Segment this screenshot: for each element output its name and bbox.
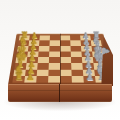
fallen-piece-glyph: ♟	[100, 46, 110, 56]
square	[60, 76, 72, 83]
square	[83, 76, 95, 83]
square	[72, 76, 84, 83]
square	[36, 76, 48, 83]
chess-board: ♜♟♟♜♞♟♟♞♝♟♟♝♛♟♟♛♚♟♟♚♝♟♟♝♞♟♟♞♜♟♟♜	[8, 34, 112, 85]
fallen-silver-piece: ♟	[99, 45, 111, 57]
board-fold-seam	[60, 34, 61, 85]
wood-grain-line	[8, 90, 112, 91]
box-front-face	[8, 84, 112, 102]
square	[24, 76, 36, 83]
square	[48, 76, 60, 83]
front-fold-seam	[59, 84, 60, 102]
chess-set-photo: ♜♟♟♜♞♟♟♞♝♟♟♝♛♟♟♛♚♟♟♚♝♟♟♝♞♟♟♞♜♟♟♜ ♟	[0, 0, 120, 120]
square	[12, 76, 25, 83]
